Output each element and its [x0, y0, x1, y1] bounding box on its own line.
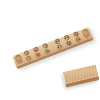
stone-green: [36, 48, 39, 51]
folded-mancala-board: [62, 64, 99, 87]
stone-red: [37, 54, 40, 57]
stone-amber: [59, 45, 62, 48]
stone-red: [78, 38, 81, 41]
product-photo-scene: [0, 0, 100, 100]
stone-red: [47, 50, 50, 53]
open-board-top-face: [12, 27, 92, 67]
stone-red: [26, 52, 29, 55]
open-mancala-board: [12, 27, 94, 69]
